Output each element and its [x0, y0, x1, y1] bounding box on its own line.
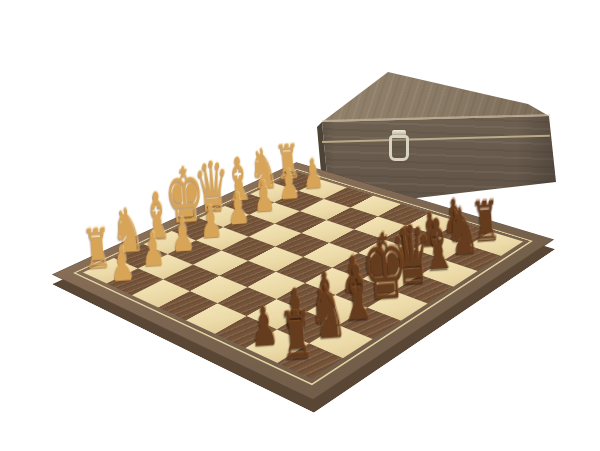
white-rook: ♜: [63, 219, 131, 278]
chess-set-photo: ♜♟♟♜♞♟♟♞♝♟♟♝♛♟♟♛♚♟♟♚♝♟♟♝♞♟♟♞♜♟♟♜: [0, 0, 600, 451]
white-knight: ♞: [94, 197, 161, 263]
white-king: ♚: [152, 155, 218, 236]
white-bishop: ♝: [124, 182, 190, 250]
white-bishop: ♝: [207, 147, 269, 211]
white-knight: ♞: [233, 139, 294, 199]
square-g8: ♞: [309, 325, 373, 358]
white-rook: ♜: [258, 136, 317, 187]
white-queen: ♛: [180, 151, 244, 224]
clasp-loop: [389, 135, 409, 161]
box-clasp-icon: [388, 130, 410, 162]
square-c6: [358, 239, 413, 264]
